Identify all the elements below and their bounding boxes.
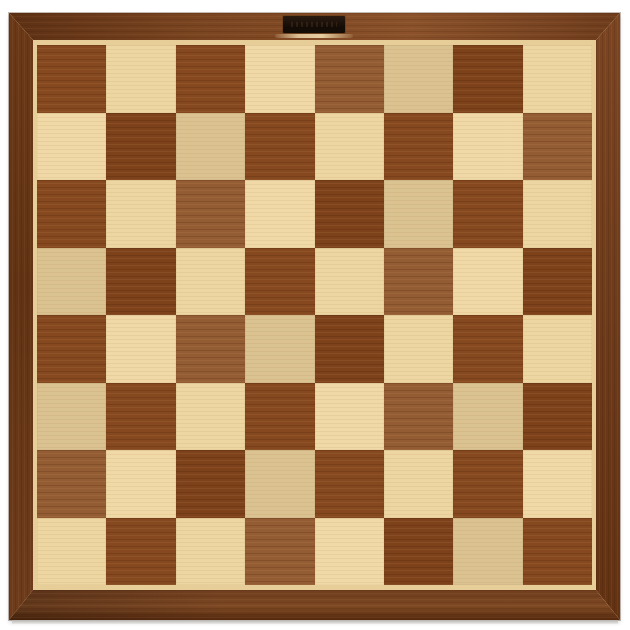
square-a7[interactable] (37, 113, 106, 181)
square-g6[interactable] (453, 180, 522, 248)
square-g3[interactable] (453, 383, 522, 451)
square-d4[interactable] (245, 315, 314, 383)
square-e7[interactable] (315, 113, 384, 181)
board-shadow (12, 620, 618, 624)
square-e8[interactable] (315, 45, 384, 113)
square-e4[interactable] (315, 315, 384, 383)
square-c5[interactable] (176, 248, 245, 316)
square-e2[interactable] (315, 450, 384, 518)
square-b3[interactable] (106, 383, 175, 451)
board-frame-bottom (9, 590, 620, 620)
square-c3[interactable] (176, 383, 245, 451)
square-a1[interactable] (37, 518, 106, 586)
square-f3[interactable] (384, 383, 453, 451)
square-a5[interactable] (37, 248, 106, 316)
square-e1[interactable] (315, 518, 384, 586)
square-f5[interactable] (384, 248, 453, 316)
square-a2[interactable] (37, 450, 106, 518)
square-a3[interactable] (37, 383, 106, 451)
square-c4[interactable] (176, 315, 245, 383)
square-g5[interactable] (453, 248, 522, 316)
playing-field (37, 45, 592, 585)
square-f6[interactable] (384, 180, 453, 248)
square-h4[interactable] (523, 315, 592, 383)
square-b7[interactable] (106, 113, 175, 181)
square-b2[interactable] (106, 450, 175, 518)
square-h7[interactable] (523, 113, 592, 181)
square-b4[interactable] (106, 315, 175, 383)
square-g4[interactable] (453, 315, 522, 383)
square-d2[interactable] (245, 450, 314, 518)
square-g1[interactable] (453, 518, 522, 586)
board-frame-right (596, 13, 620, 620)
square-c8[interactable] (176, 45, 245, 113)
square-c7[interactable] (176, 113, 245, 181)
square-d3[interactable] (245, 383, 314, 451)
square-f8[interactable] (384, 45, 453, 113)
square-a8[interactable] (37, 45, 106, 113)
square-b8[interactable] (106, 45, 175, 113)
square-b6[interactable] (106, 180, 175, 248)
square-f1[interactable] (384, 518, 453, 586)
square-d5[interactable] (245, 248, 314, 316)
square-e6[interactable] (315, 180, 384, 248)
square-h3[interactable] (523, 383, 592, 451)
square-f4[interactable] (384, 315, 453, 383)
board-frame-left (9, 13, 33, 620)
square-g7[interactable] (453, 113, 522, 181)
square-f2[interactable] (384, 450, 453, 518)
plaque-reflection (275, 34, 353, 38)
chess-board (9, 13, 620, 620)
square-d8[interactable] (245, 45, 314, 113)
square-d7[interactable] (245, 113, 314, 181)
square-e3[interactable] (315, 383, 384, 451)
square-b5[interactable] (106, 248, 175, 316)
square-c1[interactable] (176, 518, 245, 586)
square-a6[interactable] (37, 180, 106, 248)
square-c2[interactable] (176, 450, 245, 518)
square-g2[interactable] (453, 450, 522, 518)
square-h6[interactable] (523, 180, 592, 248)
square-d6[interactable] (245, 180, 314, 248)
square-c6[interactable] (176, 180, 245, 248)
square-h1[interactable] (523, 518, 592, 586)
square-g8[interactable] (453, 45, 522, 113)
square-h8[interactable] (523, 45, 592, 113)
square-h2[interactable] (523, 450, 592, 518)
square-e5[interactable] (315, 248, 384, 316)
square-f7[interactable] (384, 113, 453, 181)
square-a4[interactable] (37, 315, 106, 383)
square-h5[interactable] (523, 248, 592, 316)
square-b1[interactable] (106, 518, 175, 586)
square-d1[interactable] (245, 518, 314, 586)
brand-plaque (283, 16, 345, 33)
